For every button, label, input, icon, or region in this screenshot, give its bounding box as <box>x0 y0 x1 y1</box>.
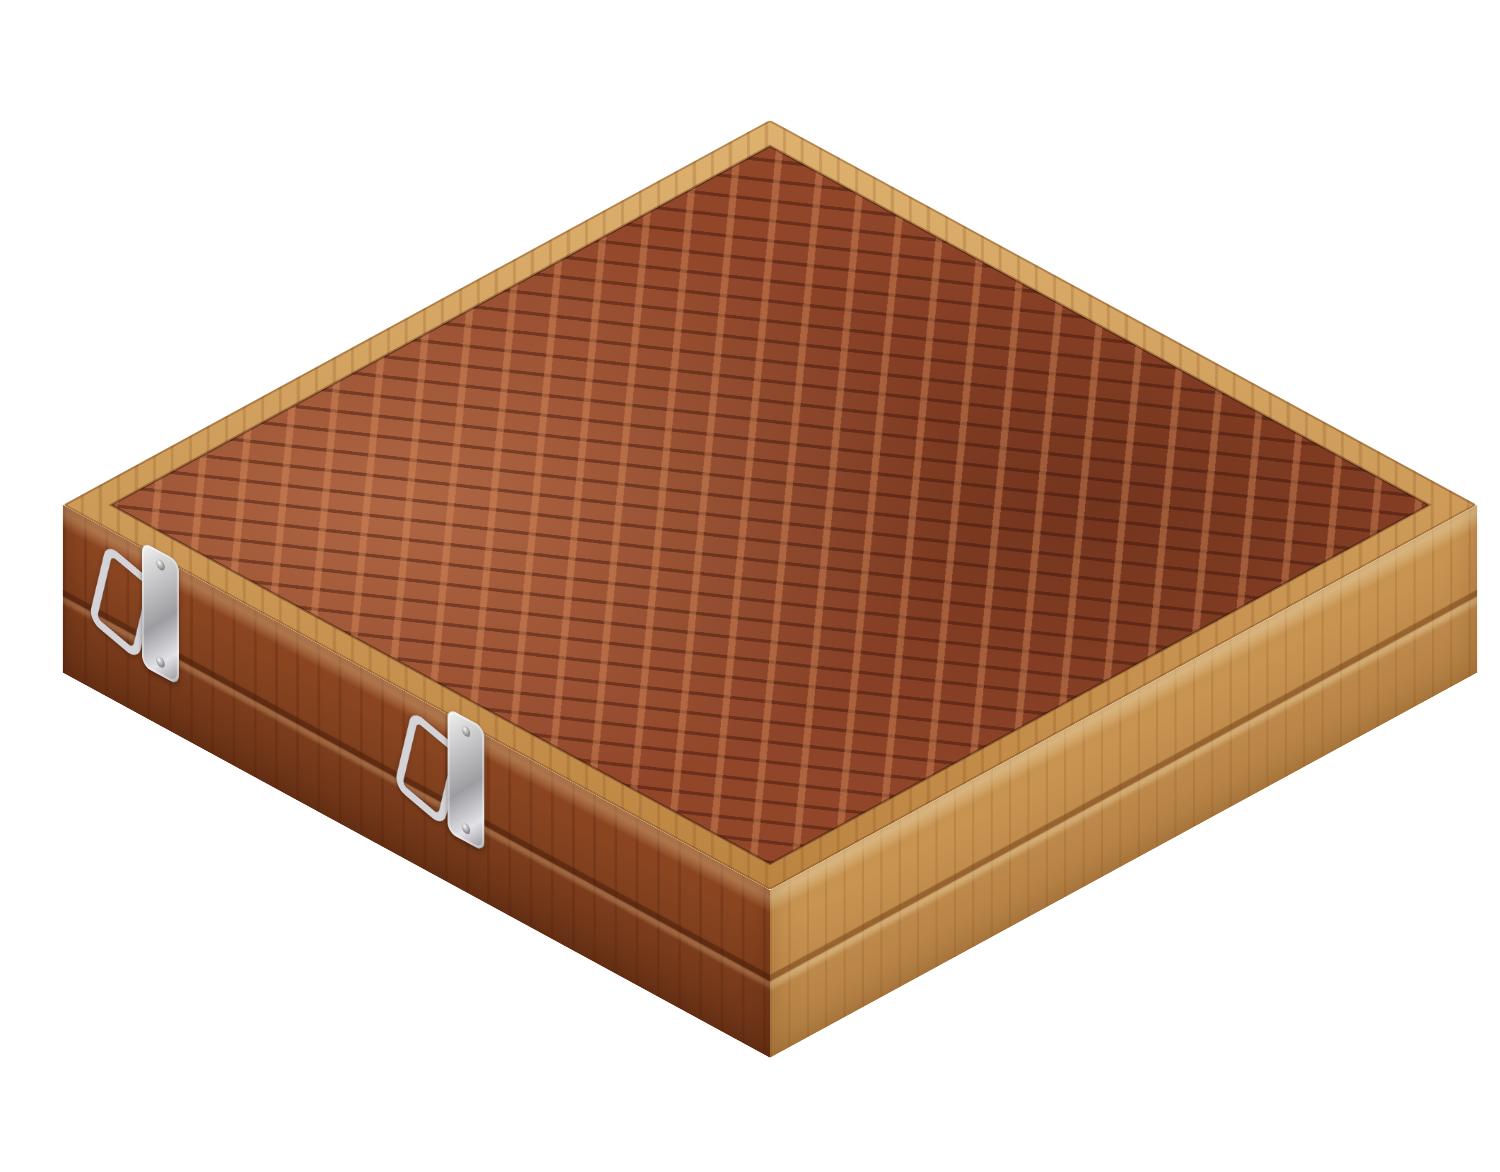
latch-plate-icon <box>448 708 485 852</box>
photo-background <box>0 0 1500 1172</box>
latch-plate-icon <box>142 541 179 685</box>
